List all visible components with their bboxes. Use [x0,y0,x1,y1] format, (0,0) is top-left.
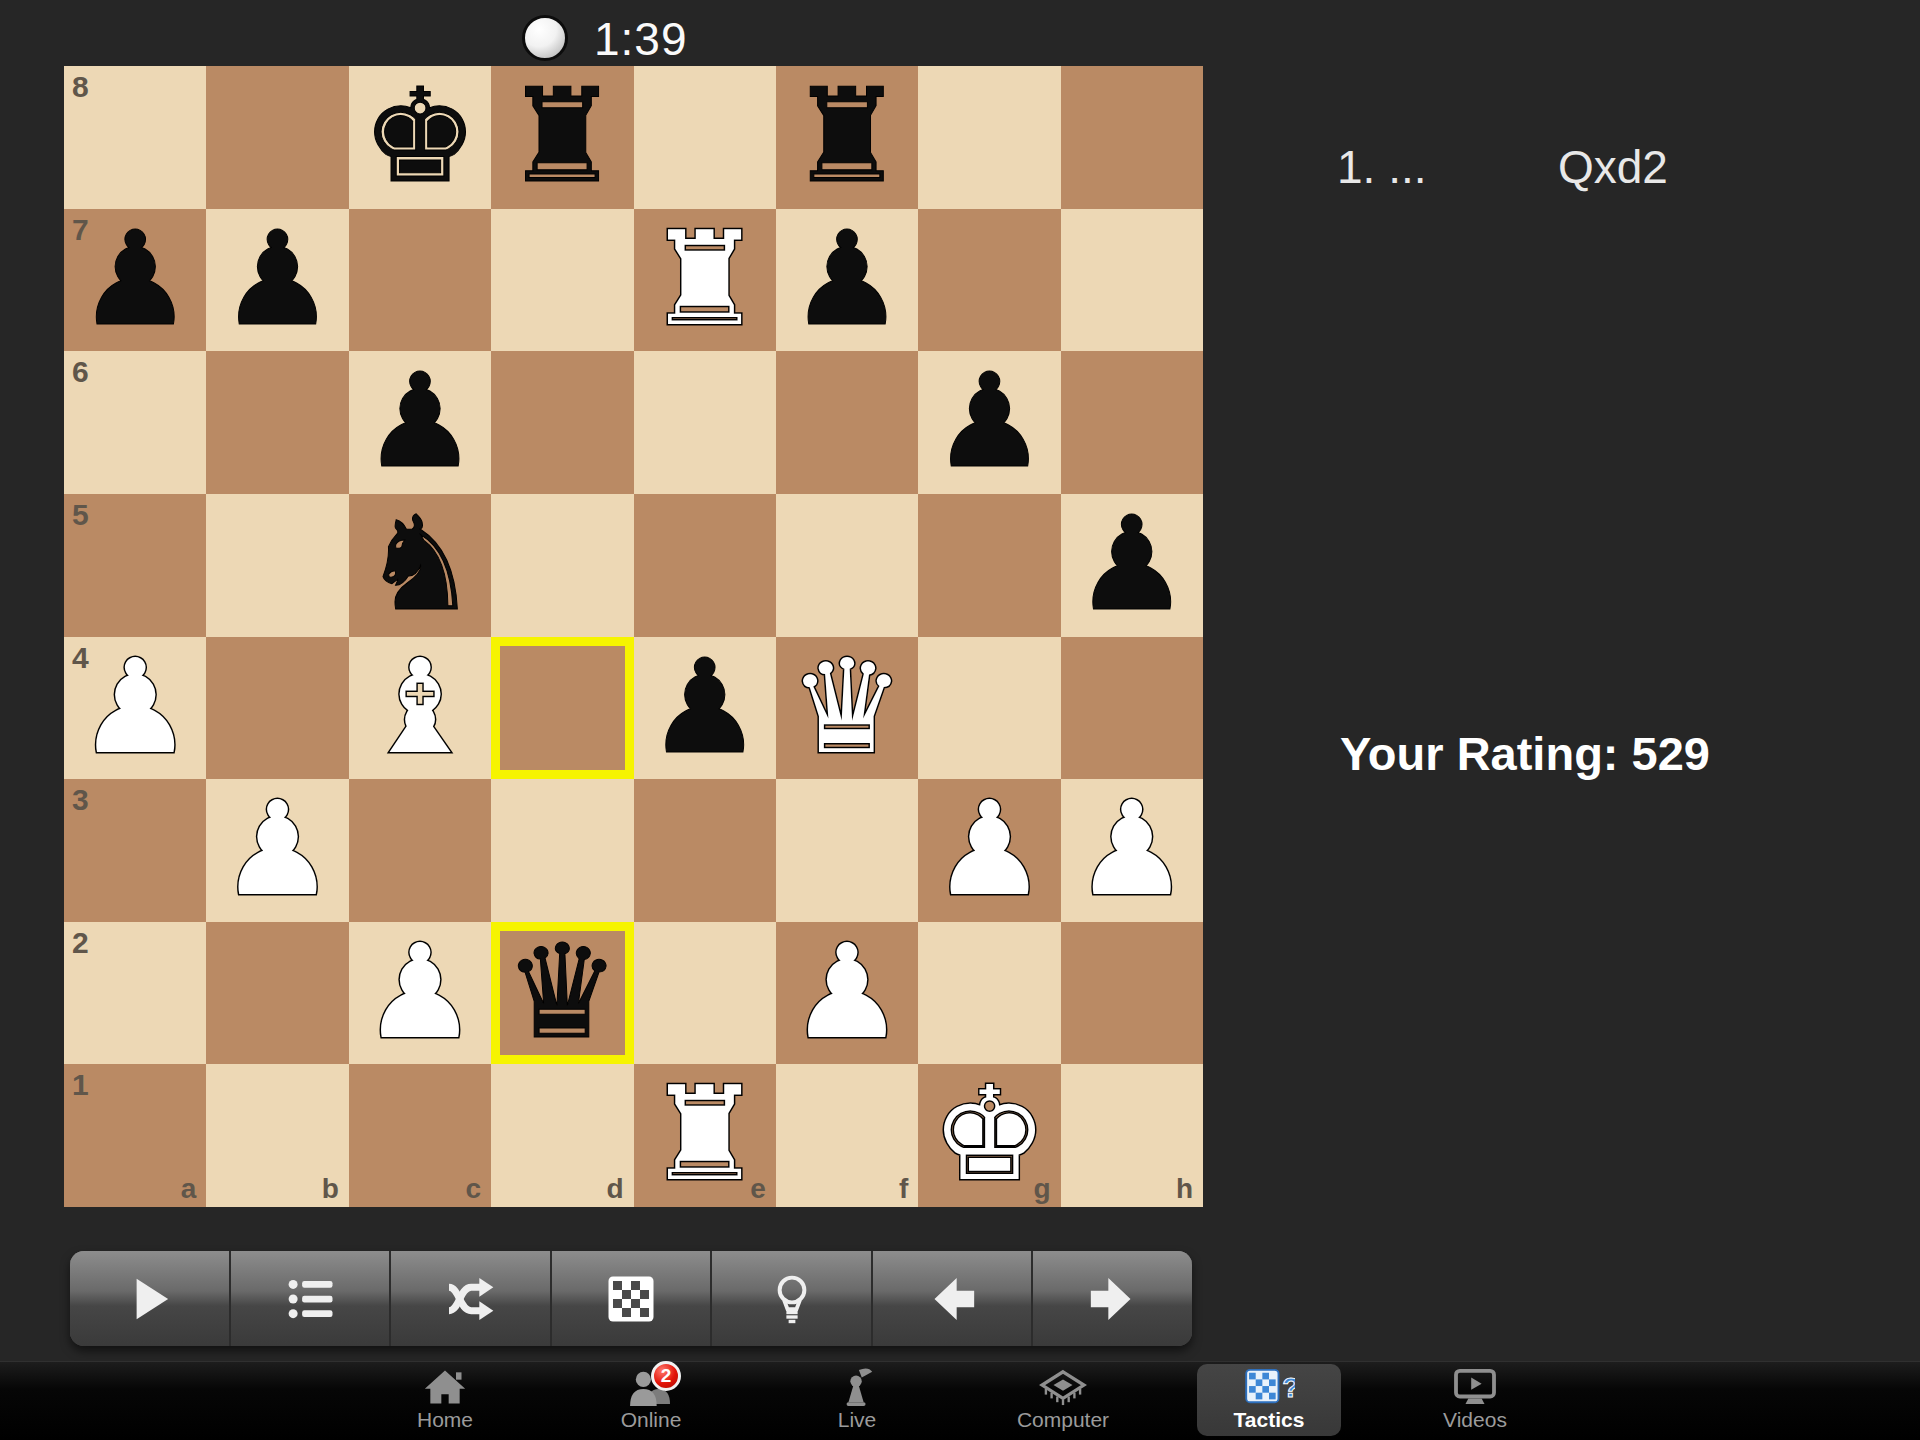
black-pawn: ♟ [1061,494,1203,637]
square-h4[interactable] [1061,637,1203,780]
move-list: 1. ... Qxd2 [1337,140,1857,194]
square-h8[interactable] [1061,66,1203,209]
back-button[interactable] [871,1251,1032,1346]
forward-button[interactable] [1031,1251,1192,1346]
white-rook: ♜ [634,209,776,352]
square-a4[interactable]: 4♟ [64,637,206,780]
rank-label-8: 8 [72,70,89,104]
square-f8[interactable]: ♜ [776,66,918,209]
move-list-button[interactable] [229,1251,390,1346]
file-label-b: b [322,1173,339,1205]
black-queen: ♛ [491,922,633,1065]
white-rook: ♜ [634,1064,776,1207]
tab-online[interactable]: 2 Online [548,1362,754,1440]
square-c6[interactable]: ♟ [349,351,491,494]
square-g4[interactable] [918,637,1060,780]
square-f6[interactable] [776,351,918,494]
black-pawn: ♟ [206,209,348,352]
black-pawn: ♟ [918,351,1060,494]
square-a2[interactable]: 2 [64,922,206,1065]
tab-tactics-label: Tactics [1234,1408,1305,1432]
tab-home-label: Home [417,1408,473,1432]
tab-online-label: Online [621,1408,682,1432]
square-b5[interactable] [206,494,348,637]
square-f5[interactable] [776,494,918,637]
video-monitor-icon [1452,1367,1498,1407]
square-b4[interactable] [206,637,348,780]
square-g8[interactable] [918,66,1060,209]
square-g6[interactable]: ♟ [918,351,1060,494]
square-a3[interactable]: 3 [64,779,206,922]
black-pawn: ♟ [776,209,918,352]
square-e2[interactable] [634,922,776,1065]
square-d5[interactable] [491,494,633,637]
square-b6[interactable] [206,351,348,494]
square-a6[interactable]: 6 [64,351,206,494]
square-f7[interactable]: ♟ [776,209,918,352]
square-f3[interactable] [776,779,918,922]
tab-tactics-active-label-home: Computer [1017,1408,1109,1432]
svg-text:?: ? [1282,1371,1295,1403]
rank-label-2: 2 [72,926,89,960]
white-queen: ♛ [776,637,918,780]
square-b2[interactable] [206,922,348,1065]
analysis-board-button[interactable] [550,1251,711,1346]
side-to-move-indicator [522,15,568,61]
tab-videos[interactable]: Videos [1372,1362,1578,1440]
shuffle-button[interactable] [389,1251,550,1346]
square-f2[interactable]: ♟ [776,922,918,1065]
rank-label-3: 3 [72,783,89,817]
square-a5[interactable]: 5 [64,494,206,637]
play-icon [122,1272,176,1326]
hint-button[interactable] [710,1251,871,1346]
square-e7[interactable]: ♜ [634,209,776,352]
checkerboard-icon [604,1272,658,1326]
tab-live[interactable]: Live [754,1362,960,1440]
file-label-a: a [181,1173,197,1205]
square-d8[interactable]: ♜ [491,66,633,209]
rating-text: Your Rating: 529 [1340,726,1710,781]
square-d1[interactable]: d [491,1064,633,1207]
square-f4[interactable]: ♛ [776,637,918,780]
square-b8[interactable] [206,66,348,209]
white-pawn: ♟ [918,779,1060,922]
square-g3[interactable]: ♟ [918,779,1060,922]
tab-bar: Home 2 Online Live [0,1361,1920,1440]
black-pawn: ♟ [349,351,491,494]
move-number: 1. ... [1337,141,1426,193]
black-pawn: ♟ [64,209,206,352]
file-label-c: c [466,1173,482,1205]
square-d4[interactable] [491,637,633,780]
square-e4[interactable]: ♟ [634,637,776,780]
file-label-h: h [1176,1173,1193,1205]
square-a1[interactable]: 1a [64,1064,206,1207]
white-pawn: ♟ [206,779,348,922]
black-knight: ♞ [349,494,491,637]
tactics-board-icon: ? [1243,1367,1295,1407]
move-san: Qxd2 [1558,140,1668,194]
square-d3[interactable] [491,779,633,922]
lightbulb-icon [765,1272,819,1326]
rank-label-5: 5 [72,498,89,532]
black-king: ♚ [349,66,491,209]
square-e1[interactable]: e♜ [634,1064,776,1207]
square-c2[interactable]: ♟ [349,922,491,1065]
square-g2[interactable] [918,922,1060,1065]
chip-icon [1038,1367,1088,1407]
shuffle-icon [442,1271,498,1327]
tab-home[interactable]: Home [342,1362,548,1440]
tactics-screen: 1:39 8♚♜♜7♟♟♜♟6♟♟5♞♟4♟♝♟♛3♟♟♟2♟♛♟1abcde♜… [0,0,1920,1440]
rank-label-6: 6 [72,355,89,389]
square-h1[interactable]: h [1061,1064,1203,1207]
square-c4[interactable]: ♝ [349,637,491,780]
square-e6[interactable] [634,351,776,494]
tab-videos-label: Videos [1443,1408,1507,1432]
puzzle-timer: 1:39 [594,12,688,66]
square-c7[interactable] [349,209,491,352]
square-f1[interactable]: f [776,1064,918,1207]
arrow-right-icon [1085,1271,1141,1327]
square-h5[interactable]: ♟ [1061,494,1203,637]
black-rook: ♜ [491,66,633,209]
square-g7[interactable] [918,209,1060,352]
square-c5[interactable]: ♞ [349,494,491,637]
arrow-left-icon [924,1271,980,1327]
white-bishop: ♝ [349,637,491,780]
square-h3[interactable]: ♟ [1061,779,1203,922]
file-label-f: f [899,1173,908,1205]
list-icon [283,1272,337,1326]
white-pawn: ♟ [64,637,206,780]
people-icon: 2 [625,1367,677,1407]
online-badge: 2 [651,1361,681,1391]
play-button[interactable] [70,1251,229,1346]
rating-label: Your Rating: [1340,727,1619,780]
tab-computer[interactable]: Computer [960,1362,1166,1440]
chess-board[interactable]: 8♚♜♜7♟♟♜♟6♟♟5♞♟4♟♝♟♛3♟♟♟2♟♛♟1abcde♜fg♚h [64,66,1203,1207]
square-g5[interactable] [918,494,1060,637]
square-h6[interactable] [1061,351,1203,494]
square-b3[interactable]: ♟ [206,779,348,922]
square-b1[interactable]: b [206,1064,348,1207]
white-pawn: ♟ [1061,779,1203,922]
square-c1[interactable]: c [349,1064,491,1207]
square-h2[interactable] [1061,922,1203,1065]
square-e3[interactable] [634,779,776,922]
rank-label-1: 1 [72,1068,89,1102]
square-d2[interactable]: ♛ [491,922,633,1065]
square-d6[interactable] [491,351,633,494]
white-pawn: ♟ [776,922,918,1065]
tab-tactics[interactable]: ? Tactics [1166,1362,1372,1440]
white-king: ♚ [918,1064,1060,1207]
tab-live-label: Live [838,1408,877,1432]
puzzle-toolbar [70,1251,1192,1346]
square-g1[interactable]: g♚ [918,1064,1060,1207]
black-rook: ♜ [776,66,918,209]
square-d7[interactable] [491,209,633,352]
square-c8[interactable]: ♚ [349,66,491,209]
home-icon [423,1367,467,1407]
white-pawn: ♟ [349,922,491,1065]
square-h7[interactable] [1061,209,1203,352]
file-label-d: d [606,1173,623,1205]
square-c3[interactable] [349,779,491,922]
rating-value: 529 [1632,727,1710,780]
square-e5[interactable] [634,494,776,637]
live-piece-icon [837,1367,877,1407]
square-e8[interactable] [634,66,776,209]
square-a8[interactable]: 8 [64,66,206,209]
square-b7[interactable]: ♟ [206,209,348,352]
black-pawn: ♟ [634,637,776,780]
square-a7[interactable]: 7♟ [64,209,206,352]
